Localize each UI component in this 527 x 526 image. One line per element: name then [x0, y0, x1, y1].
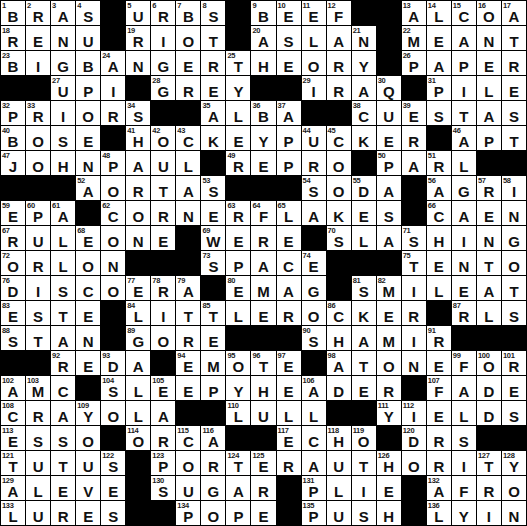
grid-cell-r3c1[interactable]: 23B [1, 51, 25, 75]
grid-cell-r3c20[interactable]: E [477, 51, 501, 75]
grid-cell-r3c7[interactable]: G [151, 51, 175, 75]
grid-cell-r16c9[interactable]: P [201, 376, 225, 400]
grid-cell-r3c17[interactable]: 26P [402, 51, 426, 75]
grid-cell-r4c15[interactable]: A [352, 76, 376, 100]
grid-cell-r6c9[interactable]: K [201, 126, 225, 150]
grid-cell-r11c18[interactable]: E [427, 251, 451, 275]
grid-cell-r13c21[interactable]: S [502, 301, 526, 325]
grid-cell-r19c15[interactable]: T [352, 451, 376, 475]
grid-cell-r6c1[interactable]: 40B [1, 126, 25, 150]
grid-cell-r7c16[interactable]: 50P [377, 151, 401, 175]
grid-cell-r2c11[interactable]: 20A [251, 26, 275, 50]
grid-cell-r15c4[interactable]: E [76, 351, 100, 375]
grid-cell-r7c17[interactable]: A [402, 151, 426, 175]
grid-cell-r13c11[interactable]: E [251, 301, 275, 325]
grid-cell-r6c19[interactable]: 46A [452, 126, 476, 150]
grid-cell-r13c6[interactable]: 84L [126, 301, 150, 325]
grid-cell-r16c16[interactable]: R [377, 376, 401, 400]
grid-cell-r7c19[interactable]: L [452, 151, 476, 175]
grid-cell-r13c4[interactable]: E [76, 301, 100, 325]
grid-cell-r10c2[interactable]: U [26, 226, 50, 250]
grid-cell-r8c7[interactable]: T [151, 176, 175, 200]
grid-cell-r6c8[interactable]: 43C [176, 126, 200, 150]
grid-cell-r21c11[interactable]: E [251, 501, 275, 525]
grid-cell-r1c13[interactable]: 11E [302, 1, 326, 25]
grid-cell-r20c20[interactable]: R [477, 476, 501, 500]
grid-cell-r18c14[interactable]: 118H [327, 426, 351, 450]
grid-cell-r8c13[interactable]: 54S [302, 176, 326, 200]
grid-cell-r8c21[interactable]: 58I [502, 176, 526, 200]
grid-cell-r21c9[interactable]: O [201, 501, 225, 525]
grid-cell-r6c7[interactable]: 42O [151, 126, 175, 150]
grid-cell-r19c12[interactable]: R [277, 451, 301, 475]
grid-cell-r14c16[interactable]: M [377, 326, 401, 350]
grid-cell-r19c3[interactable]: T [51, 451, 75, 475]
grid-cell-r17c13[interactable]: L [302, 401, 326, 425]
grid-cell-r17c20[interactable]: D [477, 401, 501, 425]
grid-cell-r10c20[interactable]: N [477, 226, 501, 250]
grid-cell-r13c9[interactable]: 85T [201, 301, 225, 325]
grid-cell-r20c2[interactable]: L [26, 476, 50, 500]
grid-cell-r2c6[interactable]: 19R [126, 26, 150, 50]
grid-cell-r16c21[interactable]: E [502, 376, 526, 400]
grid-cell-r10c21[interactable]: G [502, 226, 526, 250]
grid-cell-r4c14[interactable]: R [327, 76, 351, 100]
grid-cell-r4c7[interactable]: 28G [151, 76, 175, 100]
grid-cell-r12c3[interactable]: S [51, 276, 75, 300]
grid-cell-r11c2[interactable]: R [26, 251, 50, 275]
grid-cell-r20c4[interactable]: V [76, 476, 100, 500]
grid-cell-r18c3[interactable]: S [51, 426, 75, 450]
grid-cell-r13c7[interactable]: I [151, 301, 175, 325]
grid-cell-r21c15[interactable]: S [352, 501, 376, 525]
grid-cell-r12c19[interactable]: E [452, 276, 476, 300]
grid-cell-r16c6[interactable]: L [126, 376, 150, 400]
grid-cell-r18c2[interactable]: S [26, 426, 50, 450]
grid-cell-r13c19[interactable]: 87R [452, 301, 476, 325]
grid-cell-r5c12[interactable]: 37A [277, 101, 301, 125]
grid-cell-r12c20[interactable]: A [477, 276, 501, 300]
grid-cell-r12c10[interactable]: 80E [226, 276, 250, 300]
grid-cell-r21c1[interactable]: 133L [1, 501, 25, 525]
grid-cell-r13c15[interactable]: K [352, 301, 376, 325]
grid-cell-r14c6[interactable]: 89G [126, 326, 150, 350]
grid-cell-r4c21[interactable]: E [502, 76, 526, 100]
grid-cell-r9c21[interactable]: N [502, 201, 526, 225]
grid-cell-r12c21[interactable]: T [502, 276, 526, 300]
grid-cell-r2c1[interactable]: 18R [1, 26, 25, 50]
grid-cell-r14c13[interactable]: 90S [302, 326, 326, 350]
grid-cell-r9c9[interactable]: E [201, 201, 225, 225]
grid-cell-r4c4[interactable]: P [76, 76, 100, 100]
grid-cell-r18c8[interactable]: 115C [176, 426, 200, 450]
grid-cell-r21c16[interactable]: H [377, 501, 401, 525]
grid-cell-r11c11[interactable]: A [251, 251, 275, 275]
grid-cell-r1c11[interactable]: 9B [251, 1, 275, 25]
grid-cell-r7c8[interactable]: L [176, 151, 200, 175]
grid-cell-r10c14[interactable]: 70S [327, 226, 351, 250]
grid-cell-r8c15[interactable]: 55D [352, 176, 376, 200]
grid-cell-r11c5[interactable]: N [101, 251, 125, 275]
grid-cell-r6c16[interactable]: E [377, 126, 401, 150]
grid-cell-r1c17[interactable]: 13A [402, 1, 426, 25]
grid-cell-r9c20[interactable]: E [477, 201, 501, 225]
grid-cell-r16c13[interactable]: 106A [302, 376, 326, 400]
grid-cell-r10c18[interactable]: H [427, 226, 451, 250]
grid-cell-r19c19[interactable]: I [452, 451, 476, 475]
grid-cell-r10c10[interactable]: E [226, 226, 250, 250]
grid-cell-r6c15[interactable]: K [352, 126, 376, 150]
grid-cell-r7c13[interactable]: R [302, 151, 326, 175]
grid-cell-r1c7[interactable]: 6R [151, 1, 175, 25]
grid-cell-r18c7[interactable]: R [151, 426, 175, 450]
grid-cell-r1c2[interactable]: 2R [26, 1, 50, 25]
grid-cell-r7c7[interactable]: U [151, 151, 175, 175]
grid-cell-r20c13[interactable]: 131P [302, 476, 326, 500]
grid-cell-r12c1[interactable]: 76D [1, 276, 25, 300]
grid-cell-r3c15[interactable]: Y [352, 51, 376, 75]
grid-cell-r11c20[interactable]: T [477, 251, 501, 275]
grid-cell-r10c6[interactable]: N [126, 226, 150, 250]
grid-cell-r16c11[interactable]: H [251, 376, 275, 400]
grid-cell-r1c4[interactable]: 4S [76, 1, 100, 25]
grid-cell-r14c4[interactable]: N [76, 326, 100, 350]
grid-cell-r20c14[interactable]: L [327, 476, 351, 500]
grid-cell-r3c19[interactable]: P [452, 51, 476, 75]
grid-cell-r3c2[interactable]: I [26, 51, 50, 75]
grid-cell-r19c17[interactable]: O [402, 451, 426, 475]
grid-cell-r20c10[interactable]: A [226, 476, 250, 500]
grid-cell-r13c14[interactable]: 86C [327, 301, 351, 325]
grid-cell-r18c6[interactable]: 114O [126, 426, 150, 450]
grid-cell-r6c2[interactable]: O [26, 126, 50, 150]
grid-cell-r11c12[interactable]: C [277, 251, 301, 275]
grid-cell-r1c6[interactable]: 5U [126, 1, 150, 25]
grid-cell-r20c3[interactable]: E [51, 476, 75, 500]
grid-cell-r8c14[interactable]: O [327, 176, 351, 200]
grid-cell-r19c14[interactable]: U [327, 451, 351, 475]
grid-cell-r11c10[interactable]: P [226, 251, 250, 275]
grid-cell-r13c2[interactable]: S [26, 301, 50, 325]
grid-cell-r5c10[interactable]: L [226, 101, 250, 125]
grid-cell-r6c6[interactable]: 41H [126, 126, 150, 150]
grid-cell-r13c13[interactable]: O [302, 301, 326, 325]
grid-cell-r2c21[interactable]: T [502, 26, 526, 50]
grid-cell-r5c3[interactable]: I [51, 101, 75, 125]
grid-cell-r15c20[interactable]: 100O [477, 351, 501, 375]
grid-cell-r12c4[interactable]: C [76, 276, 100, 300]
grid-cell-r4c20[interactable]: L [477, 76, 501, 100]
grid-cell-r3c12[interactable]: E [277, 51, 301, 75]
grid-cell-r17c3[interactable]: A [51, 401, 75, 425]
grid-cell-r1c21[interactable]: 17A [502, 1, 526, 25]
grid-cell-r17c6[interactable]: L [126, 401, 150, 425]
grid-cell-r14c15[interactable]: A [352, 326, 376, 350]
grid-cell-r21c20[interactable]: I [477, 501, 501, 525]
grid-cell-r7c18[interactable]: 51R [427, 151, 451, 175]
grid-cell-r9c11[interactable]: 64F [251, 201, 275, 225]
grid-cell-r15c16[interactable]: O [377, 351, 401, 375]
grid-cell-r11c13[interactable]: 74E [302, 251, 326, 275]
grid-cell-r5c1[interactable]: 32P [1, 101, 25, 125]
grid-cell-r4c5[interactable]: I [101, 76, 125, 100]
grid-cell-r11c19[interactable]: N [452, 251, 476, 275]
grid-cell-r7c14[interactable]: O [327, 151, 351, 175]
grid-cell-r7c11[interactable]: E [251, 151, 275, 175]
grid-cell-r21c5[interactable]: S [101, 501, 125, 525]
grid-cell-r2c15[interactable]: 21N [352, 26, 376, 50]
grid-cell-r6c13[interactable]: 44U [302, 126, 326, 150]
grid-cell-r8c18[interactable]: 56A [427, 176, 451, 200]
grid-cell-r20c1[interactable]: 129A [1, 476, 25, 500]
grid-cell-r18c13[interactable]: C [302, 426, 326, 450]
grid-cell-r15c19[interactable]: 99F [452, 351, 476, 375]
grid-cell-r20c7[interactable]: 130S [151, 476, 175, 500]
grid-cell-r12c12[interactable]: A [277, 276, 301, 300]
grid-cell-r9c16[interactable]: S [377, 201, 401, 225]
grid-cell-r9c15[interactable]: E [352, 201, 376, 225]
grid-cell-r19c9[interactable]: R [201, 451, 225, 475]
grid-cell-r9c12[interactable]: 65L [277, 201, 301, 225]
grid-cell-r5c18[interactable]: S [427, 101, 451, 125]
grid-cell-r10c17[interactable]: 71S [402, 226, 426, 250]
grid-cell-r4c3[interactable]: 27U [51, 76, 75, 100]
grid-cell-r10c12[interactable]: E [277, 226, 301, 250]
grid-cell-r20c18[interactable]: 132A [427, 476, 451, 500]
grid-cell-r13c3[interactable]: T [51, 301, 75, 325]
grid-cell-r16c7[interactable]: 105E [151, 376, 175, 400]
grid-cell-r2c3[interactable]: N [51, 26, 75, 50]
grid-cell-r13c17[interactable]: R [402, 301, 426, 325]
grid-cell-r20c19[interactable]: F [452, 476, 476, 500]
grid-cell-r1c20[interactable]: 16O [477, 1, 501, 25]
grid-cell-r9c8[interactable]: N [176, 201, 200, 225]
grid-cell-r7c6[interactable]: A [126, 151, 150, 175]
grid-cell-r3c11[interactable]: H [251, 51, 275, 75]
grid-cell-r8c20[interactable]: 57R [477, 176, 501, 200]
grid-cell-r5c16[interactable]: U [377, 101, 401, 125]
grid-cell-r10c7[interactable]: E [151, 226, 175, 250]
grid-cell-r18c17[interactable]: 120D [402, 426, 426, 450]
grid-cell-r7c12[interactable]: P [277, 151, 301, 175]
grid-cell-r16c18[interactable]: 107F [427, 376, 451, 400]
grid-cell-r8c9[interactable]: 53S [201, 176, 225, 200]
grid-cell-r9c10[interactable]: 63R [226, 201, 250, 225]
grid-cell-r4c9[interactable]: E [201, 76, 225, 100]
grid-cell-r20c15[interactable]: I [352, 476, 376, 500]
grid-cell-r21c2[interactable]: U [26, 501, 50, 525]
grid-cell-r21c18[interactable]: 136L [427, 501, 451, 525]
grid-cell-r21c8[interactable]: 134P [176, 501, 200, 525]
grid-cell-r4c8[interactable]: R [176, 76, 200, 100]
grid-cell-r10c19[interactable]: I [452, 226, 476, 250]
grid-cell-r12c8[interactable]: 79A [176, 276, 200, 300]
grid-cell-r12c5[interactable]: O [101, 276, 125, 300]
grid-cell-r13c20[interactable]: L [477, 301, 501, 325]
grid-cell-r10c15[interactable]: L [352, 226, 376, 250]
grid-cell-r19c4[interactable]: U [76, 451, 100, 475]
grid-cell-r19c13[interactable]: A [302, 451, 326, 475]
grid-cell-r17c16[interactable]: 111Y [377, 401, 401, 425]
grid-cell-r16c8[interactable]: E [176, 376, 200, 400]
grid-cell-r7c10[interactable]: 49R [226, 151, 250, 175]
grid-cell-r3c13[interactable]: O [302, 51, 326, 75]
grid-cell-r13c1[interactable]: 83E [1, 301, 25, 325]
grid-cell-r13c16[interactable]: E [377, 301, 401, 325]
grid-cell-r18c12[interactable]: 117E [277, 426, 301, 450]
grid-cell-r1c19[interactable]: 15C [452, 1, 476, 25]
grid-cell-r1c18[interactable]: 14L [427, 1, 451, 25]
grid-cell-r19c21[interactable]: 128Y [502, 451, 526, 475]
grid-cell-r17c1[interactable]: 108C [1, 401, 25, 425]
grid-cell-r2c18[interactable]: E [427, 26, 451, 50]
grid-cell-r5c20[interactable]: A [477, 101, 501, 125]
grid-cell-r9c5[interactable]: 62C [101, 201, 125, 225]
grid-cell-r19c11[interactable]: 125E [251, 451, 275, 475]
grid-cell-r15c10[interactable]: 95O [226, 351, 250, 375]
grid-cell-r11c9[interactable]: 73S [201, 251, 225, 275]
grid-cell-r19c8[interactable]: O [176, 451, 200, 475]
grid-cell-r17c19[interactable]: L [452, 401, 476, 425]
grid-cell-r2c19[interactable]: A [452, 26, 476, 50]
grid-cell-r2c2[interactable]: E [26, 26, 50, 50]
grid-cell-r12c15[interactable]: 81S [352, 276, 376, 300]
grid-cell-r9c19[interactable]: A [452, 201, 476, 225]
grid-cell-r19c16[interactable]: 126H [377, 451, 401, 475]
grid-cell-r15c15[interactable]: T [352, 351, 376, 375]
grid-cell-r5c4[interactable]: O [76, 101, 100, 125]
grid-cell-r12c17[interactable]: I [402, 276, 426, 300]
grid-cell-r7c2[interactable]: O [26, 151, 50, 175]
grid-cell-r6c14[interactable]: 45C [327, 126, 351, 150]
grid-cell-r2c8[interactable]: O [176, 26, 200, 50]
grid-cell-r14c9[interactable]: E [201, 326, 225, 350]
grid-cell-r2c7[interactable]: I [151, 26, 175, 50]
grid-cell-r20c11[interactable]: R [251, 476, 275, 500]
grid-cell-r8c6[interactable]: R [126, 176, 150, 200]
grid-cell-r19c5[interactable]: 122S [101, 451, 125, 475]
grid-cell-r10c9[interactable]: 69W [201, 226, 225, 250]
grid-cell-r15c9[interactable]: M [201, 351, 225, 375]
grid-cell-r11c4[interactable]: O [76, 251, 100, 275]
grid-cell-r5c5[interactable]: R [101, 101, 125, 125]
grid-cell-r18c15[interactable]: 119O [352, 426, 376, 450]
grid-cell-r1c12[interactable]: 10E [277, 1, 301, 25]
grid-cell-r15c3[interactable]: 92R [51, 351, 75, 375]
grid-cell-r19c7[interactable]: 123P [151, 451, 175, 475]
grid-cell-r13c10[interactable]: L [226, 301, 250, 325]
grid-cell-r15c18[interactable]: E [427, 351, 451, 375]
grid-cell-r10c5[interactable]: O [101, 226, 125, 250]
grid-cell-r13c12[interactable]: R [277, 301, 301, 325]
grid-cell-r21c3[interactable]: R [51, 501, 75, 525]
grid-cell-r3c10[interactable]: 25T [226, 51, 250, 75]
grid-cell-r12c7[interactable]: 78R [151, 276, 175, 300]
grid-cell-r2c12[interactable]: S [277, 26, 301, 50]
grid-cell-r5c11[interactable]: 36B [251, 101, 275, 125]
grid-cell-r9c1[interactable]: 59E [1, 201, 25, 225]
grid-cell-r7c5[interactable]: 48P [101, 151, 125, 175]
grid-cell-r14c7[interactable]: O [151, 326, 175, 350]
grid-cell-r6c4[interactable]: E [76, 126, 100, 150]
grid-cell-r16c20[interactable]: D [477, 376, 501, 400]
grid-cell-r16c12[interactable]: E [277, 376, 301, 400]
grid-cell-r3c9[interactable]: R [201, 51, 225, 75]
grid-cell-r21c14[interactable]: U [327, 501, 351, 525]
grid-cell-r21c10[interactable]: P [226, 501, 250, 525]
grid-cell-r14c8[interactable]: R [176, 326, 200, 350]
grid-cell-r5c19[interactable]: T [452, 101, 476, 125]
grid-cell-r20c21[interactable]: O [502, 476, 526, 500]
grid-cell-r9c7[interactable]: R [151, 201, 175, 225]
grid-cell-r5c21[interactable]: S [502, 101, 526, 125]
grid-cell-r17c17[interactable]: 112I [402, 401, 426, 425]
grid-cell-r1c1[interactable]: 1B [1, 1, 25, 25]
grid-cell-r9c13[interactable]: A [302, 201, 326, 225]
grid-cell-r17c11[interactable]: U [251, 401, 275, 425]
grid-cell-r17c12[interactable]: L [277, 401, 301, 425]
grid-cell-r3c8[interactable]: E [176, 51, 200, 75]
grid-cell-r3c6[interactable]: N [126, 51, 150, 75]
grid-cell-r14c18[interactable]: 91R [427, 326, 451, 350]
grid-cell-r14c2[interactable]: T [26, 326, 50, 350]
grid-cell-r3c3[interactable]: G [51, 51, 75, 75]
grid-cell-r21c13[interactable]: 135P [302, 501, 326, 525]
grid-cell-r2c14[interactable]: A [327, 26, 351, 50]
grid-cell-r17c10[interactable]: 110L [226, 401, 250, 425]
grid-cell-r15c17[interactable]: N [402, 351, 426, 375]
grid-cell-r1c9[interactable]: 8S [201, 1, 225, 25]
grid-cell-r15c21[interactable]: 101R [502, 351, 526, 375]
grid-cell-r5c15[interactable]: 38C [352, 101, 376, 125]
grid-cell-r21c19[interactable]: Y [452, 501, 476, 525]
grid-cell-r2c4[interactable]: U [76, 26, 100, 50]
grid-cell-r20c16[interactable]: E [377, 476, 401, 500]
grid-cell-r4c16[interactable]: 30Q [377, 76, 401, 100]
grid-cell-r4c18[interactable]: 31P [427, 76, 451, 100]
grid-cell-r10c16[interactable]: A [377, 226, 401, 250]
grid-cell-r10c4[interactable]: 68E [76, 226, 100, 250]
grid-cell-r8c5[interactable]: O [101, 176, 125, 200]
grid-cell-r16c14[interactable]: D [327, 376, 351, 400]
grid-cell-r14c14[interactable]: H [327, 326, 351, 350]
grid-cell-r5c2[interactable]: 33R [26, 101, 50, 125]
grid-cell-r6c10[interactable]: E [226, 126, 250, 150]
grid-cell-r16c3[interactable]: C [51, 376, 75, 400]
grid-cell-r6c11[interactable]: Y [251, 126, 275, 150]
grid-cell-r17c4[interactable]: 109Y [76, 401, 100, 425]
grid-cell-r11c21[interactable]: O [502, 251, 526, 275]
grid-cell-r15c8[interactable]: 94E [176, 351, 200, 375]
grid-cell-r7c1[interactable]: 47J [1, 151, 25, 175]
grid-cell-r16c1[interactable]: 102A [1, 376, 25, 400]
grid-cell-r5c9[interactable]: 35A [201, 101, 225, 125]
grid-cell-r8c16[interactable]: A [377, 176, 401, 200]
grid-cell-r12c2[interactable]: I [26, 276, 50, 300]
grid-cell-r11c3[interactable]: L [51, 251, 75, 275]
grid-cell-r6c21[interactable]: T [502, 126, 526, 150]
grid-cell-r3c21[interactable]: R [502, 51, 526, 75]
grid-cell-r16c15[interactable]: E [352, 376, 376, 400]
grid-cell-r19c2[interactable]: U [26, 451, 50, 475]
grid-cell-r2c20[interactable]: N [477, 26, 501, 50]
grid-cell-r4c13[interactable]: 29I [302, 76, 326, 100]
grid-cell-r21c4[interactable]: E [76, 501, 100, 525]
grid-cell-r14c1[interactable]: 88S [1, 326, 25, 350]
grid-cell-r15c14[interactable]: 98A [327, 351, 351, 375]
grid-cell-r6c12[interactable]: P [277, 126, 301, 150]
grid-cell-r17c18[interactable]: E [427, 401, 451, 425]
